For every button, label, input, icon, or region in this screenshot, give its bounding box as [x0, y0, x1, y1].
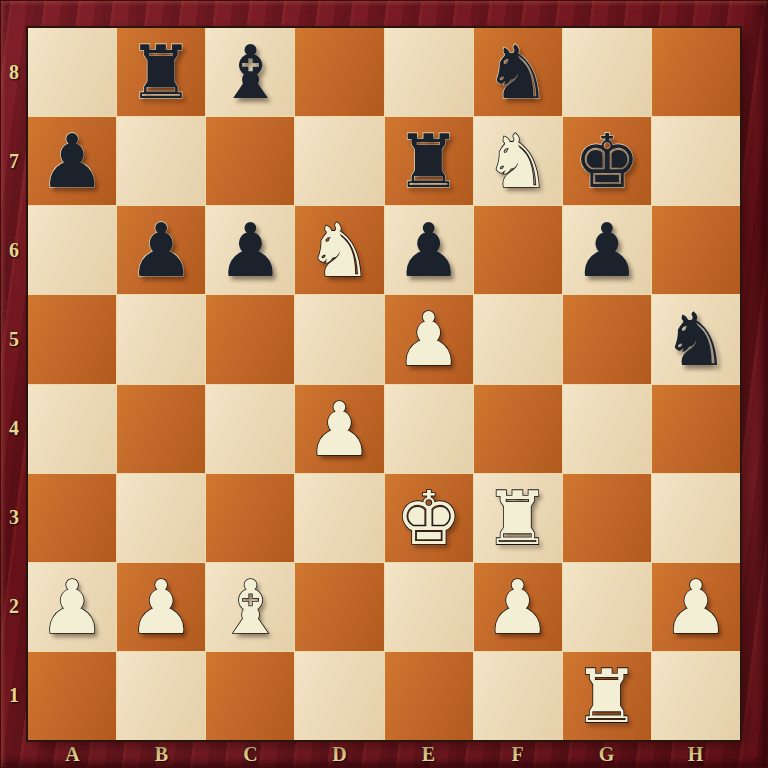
piece-white-bishop[interactable]: ♝ [217, 570, 283, 644]
square-a8[interactable] [28, 28, 116, 116]
square-b4[interactable] [117, 385, 205, 473]
square-f7[interactable]: ♞ [474, 117, 562, 205]
square-e8[interactable] [385, 28, 473, 116]
piece-black-bishop[interactable]: ♝ [217, 35, 283, 109]
piece-white-knight[interactable]: ♞ [485, 124, 551, 198]
square-f5[interactable] [474, 295, 562, 383]
square-d3[interactable] [295, 474, 383, 562]
square-h3[interactable] [652, 474, 740, 562]
rank-label-8: 8 [0, 28, 28, 117]
rank-label-7: 7 [0, 117, 28, 206]
square-c6[interactable]: ♟ [206, 206, 294, 294]
square-d6[interactable]: ♞ [295, 206, 383, 294]
square-d2[interactable] [295, 563, 383, 651]
square-h7[interactable] [652, 117, 740, 205]
square-a7[interactable]: ♟ [28, 117, 116, 205]
square-g7[interactable]: ♚ [563, 117, 651, 205]
piece-white-pawn[interactable]: ♟ [128, 570, 194, 644]
square-b6[interactable]: ♟ [117, 206, 205, 294]
rank-label-2: 2 [0, 562, 28, 651]
square-d4[interactable]: ♟ [295, 385, 383, 473]
square-c4[interactable] [206, 385, 294, 473]
square-a5[interactable] [28, 295, 116, 383]
piece-black-pawn[interactable]: ♟ [39, 124, 105, 198]
square-g1[interactable]: ♜ [563, 652, 651, 740]
square-h8[interactable] [652, 28, 740, 116]
piece-white-pawn[interactable]: ♟ [663, 570, 729, 644]
square-f8[interactable]: ♞ [474, 28, 562, 116]
square-c8[interactable]: ♝ [206, 28, 294, 116]
square-b1[interactable] [117, 652, 205, 740]
piece-black-knight[interactable]: ♞ [663, 302, 729, 376]
piece-white-rook[interactable]: ♜ [485, 481, 551, 555]
square-a2[interactable]: ♟ [28, 563, 116, 651]
square-h6[interactable] [652, 206, 740, 294]
square-f6[interactable] [474, 206, 562, 294]
square-c1[interactable] [206, 652, 294, 740]
piece-black-pawn[interactable]: ♟ [395, 213, 461, 287]
square-f1[interactable] [474, 652, 562, 740]
piece-black-rook[interactable]: ♜ [395, 124, 461, 198]
file-label-d: D [295, 740, 384, 768]
square-g3[interactable] [563, 474, 651, 562]
square-a4[interactable] [28, 385, 116, 473]
rank-labels: 87654321 [0, 28, 28, 740]
square-h2[interactable]: ♟ [652, 563, 740, 651]
square-e4[interactable] [385, 385, 473, 473]
square-b7[interactable] [117, 117, 205, 205]
square-a1[interactable] [28, 652, 116, 740]
piece-black-pawn[interactable]: ♟ [128, 213, 194, 287]
square-g8[interactable] [563, 28, 651, 116]
square-d5[interactable] [295, 295, 383, 383]
square-f4[interactable] [474, 385, 562, 473]
piece-white-pawn[interactable]: ♟ [39, 570, 105, 644]
square-d1[interactable] [295, 652, 383, 740]
piece-white-rook[interactable]: ♜ [574, 659, 640, 733]
rank-label-6: 6 [0, 206, 28, 295]
square-b5[interactable] [117, 295, 205, 383]
piece-white-pawn[interactable]: ♟ [395, 302, 461, 376]
piece-white-knight[interactable]: ♞ [306, 213, 372, 287]
square-b8[interactable]: ♜ [117, 28, 205, 116]
file-label-b: B [117, 740, 206, 768]
file-label-g: G [562, 740, 651, 768]
file-label-a: A [28, 740, 117, 768]
square-b2[interactable]: ♟ [117, 563, 205, 651]
rank-label-3: 3 [0, 473, 28, 562]
piece-black-king[interactable]: ♚ [574, 124, 640, 198]
file-labels: ABCDEFGH [28, 740, 740, 768]
piece-black-pawn[interactable]: ♟ [217, 213, 283, 287]
square-d8[interactable] [295, 28, 383, 116]
square-a3[interactable] [28, 474, 116, 562]
square-e6[interactable]: ♟ [385, 206, 473, 294]
square-c2[interactable]: ♝ [206, 563, 294, 651]
piece-white-pawn[interactable]: ♟ [306, 392, 372, 466]
square-e7[interactable]: ♜ [385, 117, 473, 205]
square-g6[interactable]: ♟ [563, 206, 651, 294]
board: ♜♝♞♟♜♞♚♟♟♞♟♟♟♞♟♚♜♟♟♝♟♟♜ [28, 28, 740, 740]
square-g5[interactable] [563, 295, 651, 383]
square-f2[interactable]: ♟ [474, 563, 562, 651]
piece-black-pawn[interactable]: ♟ [574, 213, 640, 287]
square-g4[interactable] [563, 385, 651, 473]
rank-label-4: 4 [0, 384, 28, 473]
file-label-f: F [473, 740, 562, 768]
square-e2[interactable] [385, 563, 473, 651]
file-label-c: C [206, 740, 295, 768]
square-e3[interactable]: ♚ [385, 474, 473, 562]
piece-white-pawn[interactable]: ♟ [485, 570, 551, 644]
square-f3[interactable]: ♜ [474, 474, 562, 562]
piece-black-knight[interactable]: ♞ [485, 35, 551, 109]
square-h5[interactable]: ♞ [652, 295, 740, 383]
square-b3[interactable] [117, 474, 205, 562]
chess-diagram: 87654321 ABCDEFGH ♜♝♞♟♜♞♚♟♟♞♟♟♟♞♟♚♜♟♟♝♟♟… [0, 0, 768, 768]
square-e5[interactable]: ♟ [385, 295, 473, 383]
square-c7[interactable] [206, 117, 294, 205]
file-label-h: H [651, 740, 740, 768]
square-h1[interactable] [652, 652, 740, 740]
piece-black-rook[interactable]: ♜ [128, 35, 194, 109]
square-c5[interactable] [206, 295, 294, 383]
rank-label-5: 5 [0, 295, 28, 384]
square-a6[interactable] [28, 206, 116, 294]
piece-white-king[interactable]: ♚ [395, 481, 461, 555]
square-e1[interactable] [385, 652, 473, 740]
square-c3[interactable] [206, 474, 294, 562]
square-h4[interactable] [652, 385, 740, 473]
square-g2[interactable] [563, 563, 651, 651]
file-label-e: E [384, 740, 473, 768]
square-d7[interactable] [295, 117, 383, 205]
rank-label-1: 1 [0, 651, 28, 740]
